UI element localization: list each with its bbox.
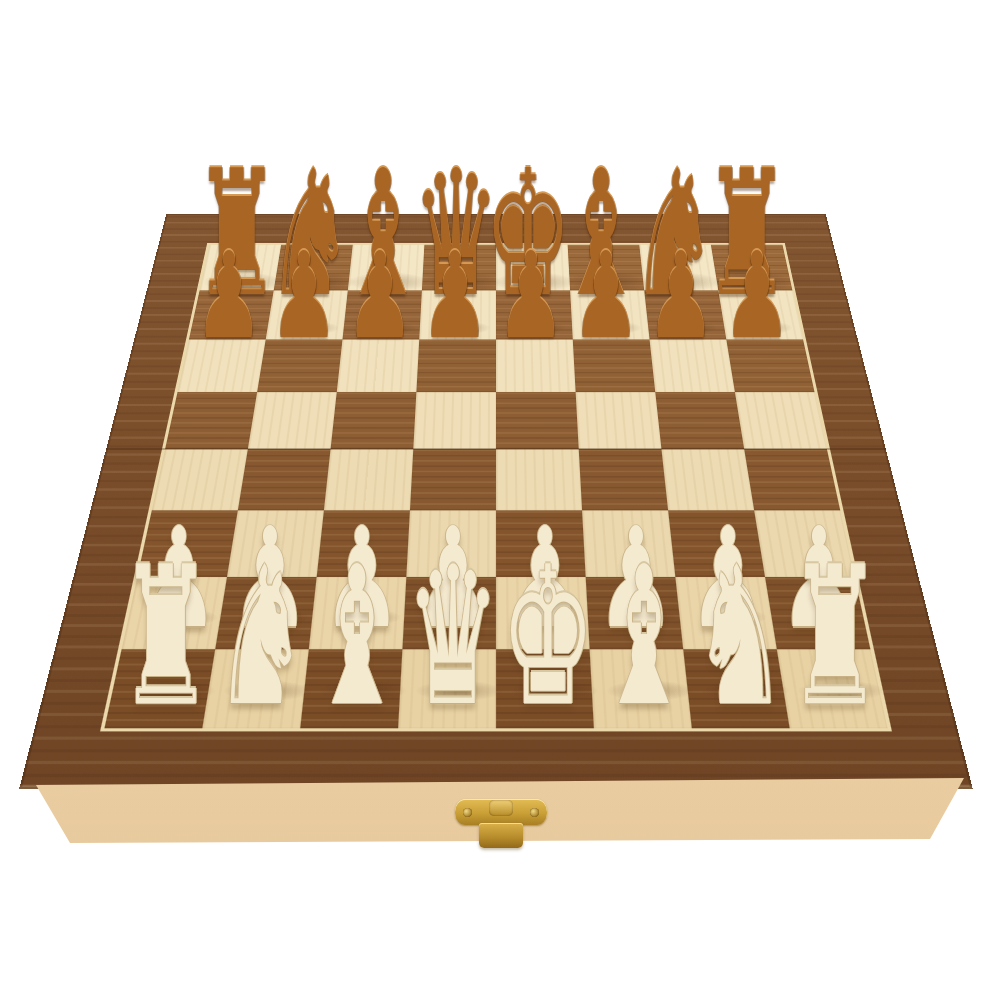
square-c2 [309, 577, 407, 649]
square-g1 [683, 649, 789, 728]
square-c7 [342, 290, 421, 339]
square-f7 [570, 290, 649, 339]
fold-seam [106, 448, 886, 449]
square-b2 [215, 577, 316, 649]
clasp-hook [479, 823, 523, 848]
square-h4 [744, 449, 840, 510]
square-h3 [754, 510, 855, 577]
square-d2 [402, 577, 496, 649]
clasp-screw-right-icon [530, 808, 539, 817]
square-h6 [726, 339, 814, 392]
square-g4 [661, 449, 754, 510]
square-a8 [200, 245, 282, 291]
square-f3 [582, 510, 675, 577]
square-d5 [413, 392, 496, 449]
clasp-knob [489, 800, 513, 816]
square-b8 [274, 245, 353, 291]
square-c3 [317, 510, 410, 577]
square-c8 [348, 245, 425, 291]
square-b4 [238, 449, 331, 510]
maple-pinstripe-border [100, 243, 892, 731]
square-h8 [711, 245, 793, 291]
square-g5 [655, 392, 744, 449]
square-e2 [496, 577, 590, 649]
square-a1 [104, 649, 215, 728]
square-a3 [137, 510, 238, 577]
square-a2 [122, 577, 227, 649]
square-h2 [765, 577, 870, 649]
square-a7 [189, 290, 274, 339]
square-h5 [735, 392, 827, 449]
square-e7 [496, 290, 573, 339]
board-grid [104, 245, 887, 729]
square-a4 [152, 449, 248, 510]
square-f5 [576, 392, 662, 449]
square-a5 [165, 392, 257, 449]
square-h1 [777, 649, 888, 728]
square-d4 [410, 449, 496, 510]
square-c5 [331, 392, 417, 449]
square-e5 [496, 392, 579, 449]
square-d7 [419, 290, 496, 339]
square-g6 [650, 339, 735, 392]
square-d6 [416, 339, 496, 392]
square-d3 [406, 510, 496, 577]
square-f1 [590, 649, 692, 728]
square-e1 [496, 649, 594, 728]
square-e3 [496, 510, 586, 577]
product-photo-scene: ♜♞♝♛♚♝♞♜♟♟♟♟♟♟♟♟♟♟♟♟♟♟♟♟♜♞♝♛♚♝♞♜ [0, 0, 1000, 1000]
square-f4 [579, 449, 668, 510]
square-c4 [324, 449, 413, 510]
square-f8 [568, 245, 645, 291]
chess-board [19, 214, 973, 789]
square-b1 [202, 649, 308, 728]
square-g8 [639, 245, 718, 291]
square-b6 [257, 339, 342, 392]
square-h7 [718, 290, 803, 339]
square-g7 [644, 290, 726, 339]
square-f2 [586, 577, 684, 649]
square-g2 [675, 577, 776, 649]
square-b7 [266, 290, 348, 339]
square-c1 [300, 649, 402, 728]
square-a6 [177, 339, 265, 392]
square-d8 [422, 245, 496, 291]
square-e6 [496, 339, 576, 392]
square-b3 [227, 510, 324, 577]
square-e4 [496, 449, 582, 510]
square-f6 [573, 339, 655, 392]
clasp-screw-left-icon [463, 808, 472, 817]
square-d1 [398, 649, 496, 728]
board-frame [19, 214, 973, 789]
square-e8 [496, 245, 570, 291]
square-g3 [668, 510, 765, 577]
square-c6 [337, 339, 419, 392]
square-b5 [248, 392, 337, 449]
